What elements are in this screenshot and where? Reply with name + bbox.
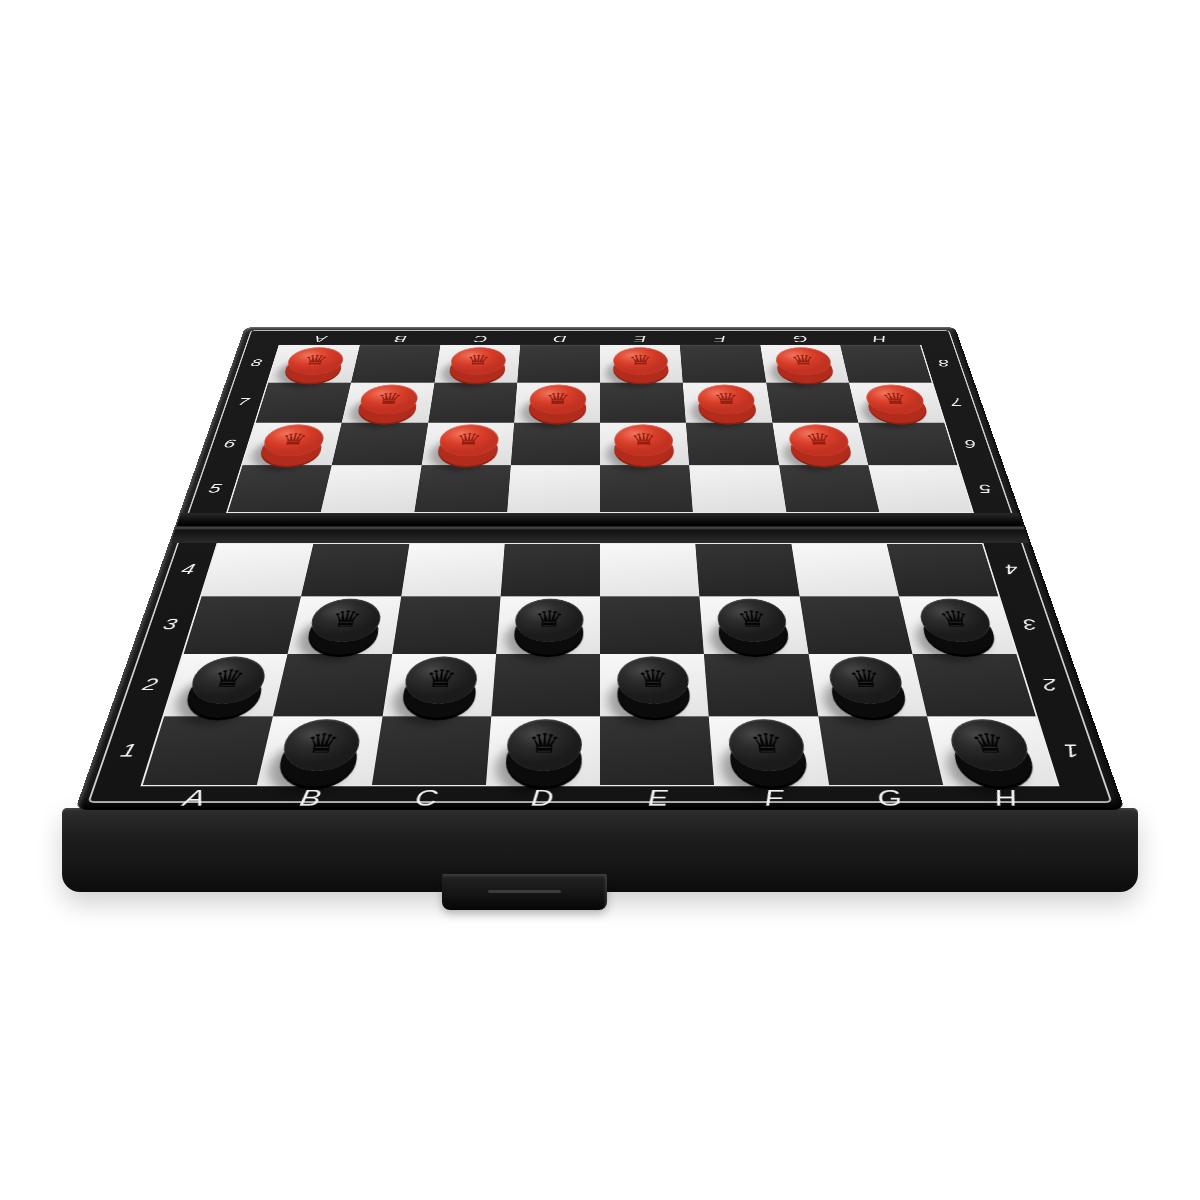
square-c7[interactable] [428, 382, 517, 422]
square-g3[interactable] [799, 597, 912, 654]
rank-label-left-6: 6 [209, 438, 249, 450]
square-b5[interactable] [321, 465, 421, 512]
piece-black-g2[interactable]: ♛ [826, 656, 906, 703]
file-label-near-h: H [944, 784, 1068, 813]
square-e1[interactable] [600, 716, 714, 785]
square-c4[interactable] [401, 544, 505, 596]
square-f5[interactable] [689, 465, 786, 512]
file-label-near-c: C [366, 784, 485, 813]
square-c2[interactable]: ♛ [382, 654, 496, 717]
file-label-far-a: A [279, 332, 362, 345]
square-d4[interactable] [500, 544, 600, 596]
crown-emblem: ♛ [697, 384, 757, 414]
square-h5[interactable] [868, 465, 972, 512]
square-a8[interactable]: ♛ [268, 345, 360, 382]
crown-emblem: ♛ [617, 655, 690, 702]
square-b8[interactable] [351, 345, 440, 382]
square-f2[interactable] [704, 654, 818, 717]
square-h7[interactable]: ♛ [849, 382, 944, 422]
square-f3[interactable]: ♛ [700, 597, 809, 654]
square-g5[interactable] [779, 465, 879, 512]
piece-red-b7[interactable]: ♛ [358, 384, 420, 414]
piece-black-d1[interactable]: ♛ [505, 719, 582, 771]
rank-label-left-3: 3 [146, 616, 194, 633]
square-b2[interactable] [273, 654, 392, 717]
board-hinge-seam [171, 513, 1030, 543]
crown-emblem: ♛ [863, 384, 928, 414]
square-a3[interactable] [184, 597, 301, 654]
square-b1[interactable]: ♛ [257, 716, 382, 785]
square-e2[interactable]: ♛ [600, 654, 709, 717]
rank-label-right-2: 2 [1025, 675, 1075, 693]
file-label-far-e: E [600, 332, 680, 345]
square-a5[interactable] [228, 465, 332, 512]
crown-emblem: ♛ [402, 655, 479, 702]
square-h6[interactable] [858, 422, 957, 465]
piece-red-h7[interactable]: ♛ [863, 384, 928, 414]
square-a1[interactable] [143, 716, 273, 785]
piece-red-c8[interactable]: ♛ [449, 347, 507, 375]
rank-label-right-4: 4 [989, 562, 1034, 577]
case-front-face [62, 808, 1138, 892]
square-a4[interactable] [202, 544, 314, 596]
crown-emblem: ♛ [613, 346, 669, 374]
crown-emblem: ♛ [773, 346, 833, 374]
square-d8[interactable] [517, 345, 600, 382]
crown-emblem: ♛ [186, 655, 270, 702]
square-a7[interactable] [256, 382, 351, 422]
square-g8[interactable]: ♛ [760, 345, 849, 382]
rank-label-left-5: 5 [194, 482, 236, 495]
square-h4[interactable] [887, 544, 999, 596]
file-label-far-b: B [359, 332, 441, 345]
board-bottom-half: ♛♛♛♛♛♛♛♛♛♛♛♛ [140, 543, 1059, 786]
piece-black-e2[interactable]: ♛ [617, 656, 690, 703]
piece-red-g8[interactable]: ♛ [773, 347, 833, 375]
crown-emblem: ♛ [514, 598, 584, 641]
square-d1[interactable]: ♛ [486, 716, 600, 785]
piece-red-e8[interactable]: ♛ [613, 347, 669, 375]
file-labels-near: ABCDEFGH [132, 784, 1068, 813]
square-c8[interactable]: ♛ [434, 345, 520, 382]
crown-emblem: ♛ [786, 424, 851, 456]
square-b4[interactable] [301, 544, 409, 596]
rank-label-right-7: 7 [937, 396, 976, 408]
crown-emblem: ♛ [506, 718, 583, 770]
checkers-set-photo: ABCDEFGH ABCDEFGH 87654321 87654321 ♛♛♛♛… [0, 0, 1200, 1200]
square-g1[interactable] [818, 716, 943, 785]
crown-emblem: ♛ [727, 718, 808, 770]
piece-black-a2[interactable]: ♛ [186, 656, 270, 703]
file-label-far-d: D [520, 332, 600, 345]
piece-black-f1[interactable]: ♛ [727, 719, 808, 771]
square-g2[interactable]: ♛ [808, 654, 927, 717]
crown-emblem: ♛ [529, 384, 587, 414]
rank-label-left-2: 2 [125, 675, 175, 693]
square-a2[interactable]: ♛ [164, 654, 288, 717]
crown-emblem: ♛ [284, 346, 346, 374]
square-f7[interactable]: ♛ [683, 382, 772, 422]
rank-label-right-1: 1 [1045, 741, 1098, 761]
square-e8[interactable]: ♛ [600, 345, 683, 382]
piece-red-a8[interactable]: ♛ [284, 347, 346, 375]
crown-emblem: ♛ [449, 346, 507, 374]
file-label-near-d: D [483, 784, 600, 813]
square-h3[interactable]: ♛ [899, 597, 1016, 654]
file-label-near-g: G [829, 784, 950, 813]
square-d2[interactable] [491, 654, 600, 717]
piece-black-h3[interactable]: ♛ [916, 599, 996, 642]
crown-emblem: ♛ [825, 655, 905, 702]
piece-black-d3[interactable]: ♛ [514, 599, 584, 642]
rank-label-left-8: 8 [238, 358, 275, 369]
square-e6[interactable]: ♛ [600, 422, 689, 465]
latch-tab [442, 874, 607, 910]
square-c5[interactable] [414, 465, 511, 512]
crown-emblem: ♛ [279, 718, 364, 770]
file-label-near-a: A [132, 784, 256, 813]
square-d6[interactable] [511, 422, 600, 465]
square-f4[interactable] [696, 544, 800, 596]
rank-label-right-5: 5 [964, 482, 1006, 495]
square-h8[interactable] [840, 345, 932, 382]
crown-emblem: ♛ [614, 424, 674, 456]
file-label-far-g: G [759, 332, 841, 345]
checkers-board: ABCDEFGH ABCDEFGH 87654321 87654321 ♛♛♛♛… [75, 327, 1125, 810]
piece-red-g6[interactable]: ♛ [787, 424, 852, 456]
file-label-near-f: F [715, 784, 834, 813]
square-e5[interactable] [600, 465, 693, 512]
square-e7[interactable] [600, 382, 686, 422]
square-h2[interactable] [912, 654, 1036, 717]
file-label-near-b: B [249, 784, 370, 813]
crown-emblem: ♛ [260, 424, 327, 456]
file-label-far-c: C [439, 332, 520, 345]
square-e3[interactable] [600, 597, 704, 654]
square-g4[interactable] [791, 544, 899, 596]
file-labels-far: ABCDEFGH [279, 332, 922, 345]
square-b3[interactable]: ♛ [288, 597, 401, 654]
crown-emblem: ♛ [916, 598, 996, 641]
crown-emblem: ♛ [716, 598, 789, 641]
file-label-far-f: F [679, 332, 760, 345]
square-c1[interactable] [371, 716, 491, 785]
rank-label-right-3: 3 [1006, 616, 1054, 633]
piece-red-d7[interactable]: ♛ [529, 384, 587, 414]
square-d7[interactable]: ♛ [514, 382, 600, 422]
piece-black-c2[interactable]: ♛ [402, 656, 479, 703]
square-f6[interactable] [686, 422, 779, 465]
square-b6[interactable] [332, 422, 428, 465]
piece-red-c6[interactable]: ♛ [437, 424, 499, 456]
square-h1[interactable]: ♛ [927, 716, 1057, 785]
square-f1[interactable]: ♛ [709, 716, 829, 785]
rank-label-left-7: 7 [224, 396, 263, 408]
piece-red-e6[interactable]: ♛ [614, 424, 674, 456]
file-label-near-e: E [600, 784, 717, 813]
file-label-far-h: H [838, 332, 921, 345]
rank-label-right-8: 8 [925, 358, 962, 369]
piece-black-b3[interactable]: ♛ [307, 599, 384, 642]
crown-emblem: ♛ [308, 598, 384, 641]
crown-emblem: ♛ [358, 384, 420, 414]
board-top-half: ♛♛♛♛♛♛♛♛♛♛♛♛ [226, 345, 974, 513]
crown-emblem: ♛ [437, 424, 499, 456]
square-c6[interactable]: ♛ [421, 422, 514, 465]
rank-label-left-1: 1 [102, 741, 155, 761]
square-a6[interactable]: ♛ [242, 422, 341, 465]
square-d5[interactable] [507, 465, 600, 512]
square-e4[interactable] [600, 544, 700, 596]
piece-red-a6[interactable]: ♛ [260, 424, 327, 456]
piece-black-b1[interactable]: ♛ [279, 719, 364, 771]
square-b7[interactable]: ♛ [342, 382, 434, 422]
rank-label-right-6: 6 [950, 438, 990, 450]
rank-label-left-4: 4 [166, 562, 211, 577]
square-d3[interactable]: ♛ [496, 597, 600, 654]
piece-black-h1[interactable]: ♛ [945, 719, 1034, 771]
square-f8[interactable] [680, 345, 766, 382]
piece-red-f7[interactable]: ♛ [697, 384, 757, 414]
square-c3[interactable] [392, 597, 501, 654]
square-g7[interactable] [766, 382, 858, 422]
square-g6[interactable]: ♛ [772, 422, 868, 465]
crown-emblem: ♛ [945, 718, 1034, 770]
piece-black-f3[interactable]: ♛ [716, 599, 789, 642]
